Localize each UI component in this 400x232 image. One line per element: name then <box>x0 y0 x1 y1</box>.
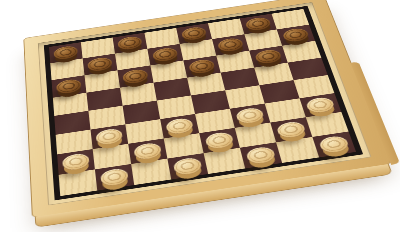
checker-piece-dark[interactable] <box>152 47 179 63</box>
checker-piece-dark[interactable] <box>122 68 149 84</box>
checker-piece-dark[interactable] <box>117 35 143 50</box>
checker-piece-dark[interactable] <box>282 27 310 43</box>
checker-piece-light[interactable] <box>245 146 276 165</box>
checker-piece-dark[interactable] <box>181 26 207 41</box>
square-7-4[interactable] <box>204 148 246 174</box>
checker-piece-dark[interactable] <box>245 16 272 31</box>
checker-piece-light[interactable] <box>62 152 90 171</box>
checker-piece-light[interactable] <box>95 128 123 146</box>
square-7-7[interactable] <box>312 131 356 157</box>
square-7-5[interactable] <box>240 142 282 168</box>
checker-piece-light[interactable] <box>133 142 162 161</box>
checker-piece-light[interactable] <box>318 135 350 154</box>
checker-piece-dark[interactable] <box>87 56 113 72</box>
square-7-3[interactable] <box>167 153 208 179</box>
square-7-2[interactable] <box>131 159 171 185</box>
checker-piece-dark[interactable] <box>56 78 82 95</box>
product-photo-scene <box>0 0 400 232</box>
checker-piece-light[interactable] <box>235 107 265 125</box>
board-grid <box>49 9 356 196</box>
checker-piece-dark[interactable] <box>53 45 78 61</box>
checker-piece-dark[interactable] <box>188 58 215 74</box>
checker-piece-dark[interactable] <box>254 49 282 65</box>
board-border-band <box>44 6 363 201</box>
checkers-board <box>23 0 392 218</box>
perspective-camera <box>0 0 392 218</box>
checker-piece-dark[interactable] <box>217 37 244 53</box>
checker-piece-light[interactable] <box>165 117 194 135</box>
checker-piece-light[interactable] <box>204 131 234 150</box>
checker-piece-light[interactable] <box>173 157 203 176</box>
checker-piece-light[interactable] <box>276 120 307 138</box>
square-7-1[interactable] <box>95 164 134 191</box>
square-7-0[interactable] <box>59 169 98 196</box>
checker-piece-light[interactable] <box>305 96 336 114</box>
checker-piece-light[interactable] <box>100 167 129 187</box>
